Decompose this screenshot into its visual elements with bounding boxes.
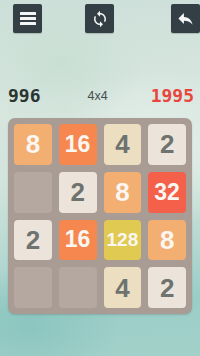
- score-row: 996 4x4 1995: [8, 85, 194, 107]
- empty-cell: [59, 267, 97, 308]
- tile-2: 2: [148, 267, 186, 308]
- board-size-label: 4x4: [88, 90, 108, 103]
- tile-16: 16: [59, 124, 97, 165]
- tile-2: 2: [14, 220, 52, 261]
- menu-button[interactable]: [13, 4, 42, 33]
- tile-4: 4: [104, 267, 142, 308]
- hamburger-menu-icon: [20, 12, 36, 25]
- best-score: 1995: [151, 87, 194, 105]
- tile-8: 8: [148, 220, 186, 261]
- current-score: 996: [8, 87, 41, 105]
- board[interactable]: 816422832216128842: [8, 118, 192, 314]
- app-background: 996 4x4 1995 816422832216128842: [0, 0, 200, 356]
- tile-16: 16: [59, 220, 97, 261]
- refresh-sync-icon: [91, 10, 109, 28]
- empty-cell: [14, 267, 52, 308]
- restart-button[interactable]: [85, 4, 114, 33]
- tile-8: 8: [104, 172, 142, 213]
- tile-32: 32: [148, 172, 186, 213]
- undo-arrow-icon: [176, 9, 195, 28]
- tile-128: 128: [104, 220, 142, 261]
- empty-cell: [14, 172, 52, 213]
- tile-4: 4: [104, 124, 142, 165]
- tile-2: 2: [59, 172, 97, 213]
- tile-8: 8: [14, 124, 52, 165]
- tile-2: 2: [148, 124, 186, 165]
- undo-button[interactable]: [171, 4, 200, 33]
